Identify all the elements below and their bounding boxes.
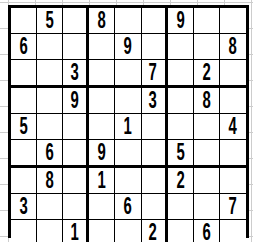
sudoku-cell-r4c3[interactable]: 9 [63, 88, 89, 114]
sudoku-cell-r1c1[interactable] [11, 8, 37, 34]
sudoku-cell-r6c5[interactable] [115, 140, 141, 168]
sudoku-cell-r2c8[interactable] [194, 34, 220, 60]
sudoku-cell-r7c3[interactable] [63, 168, 89, 194]
sudoku-cell-r8c6[interactable] [142, 194, 168, 220]
sudoku-cell-r4c2[interactable] [37, 88, 63, 114]
sudoku-cell-r3c7[interactable] [168, 60, 194, 88]
sudoku-given-digit: 9 [71, 88, 79, 113]
sudoku-cell-r6c8[interactable] [194, 140, 220, 168]
sudoku-given-digit: 7 [149, 60, 157, 85]
sudoku-cell-r3c6[interactable]: 7 [142, 60, 168, 88]
sudoku-cell-r3c1[interactable] [11, 60, 37, 88]
sudoku-given-digit: 8 [98, 8, 106, 33]
sudoku-cell-r3c4[interactable] [89, 60, 115, 88]
sudoku-given-digit: 2 [202, 60, 210, 85]
sudoku-cell-r2c5[interactable]: 9 [115, 34, 141, 60]
sudoku-cell-r2c6[interactable] [142, 34, 168, 60]
sudoku-cell-r3c2[interactable] [37, 60, 63, 88]
sudoku-cell-r5c5[interactable]: 1 [115, 114, 141, 140]
sudoku-cell-r5c8[interactable] [194, 114, 220, 140]
sudoku-cell-r9c1[interactable] [11, 220, 37, 242]
sudoku-cell-r5c7[interactable] [168, 114, 194, 140]
sudoku-cell-r2c1[interactable]: 6 [11, 34, 37, 60]
sudoku-given-digit: 1 [124, 114, 132, 139]
sudoku-cell-r6c9[interactable] [220, 140, 246, 168]
sudoku-given-digit: 9 [124, 34, 132, 59]
sudoku-cell-r7c6[interactable] [142, 168, 168, 194]
sudoku-cell-r7c4[interactable]: 1 [89, 168, 115, 194]
sudoku-cell-r3c9[interactable] [220, 60, 246, 88]
sudoku-cell-r2c9[interactable]: 8 [220, 34, 246, 60]
sudoku-cell-r1c3[interactable] [63, 8, 89, 34]
sudoku-given-digit: 3 [19, 194, 27, 219]
sudoku-cell-r7c5[interactable] [115, 168, 141, 194]
sudoku-cell-r8c8[interactable] [194, 194, 220, 220]
sudoku-cell-r5c2[interactable] [37, 114, 63, 140]
sudoku-cell-r2c7[interactable] [168, 34, 194, 60]
sudoku-cell-r6c6[interactable] [142, 140, 168, 168]
sudoku-cell-r9c7[interactable] [168, 220, 194, 242]
sudoku-cell-r4c8[interactable]: 8 [194, 88, 220, 114]
sudoku-cell-r4c5[interactable] [115, 88, 141, 114]
sudoku-cell-r3c5[interactable] [115, 60, 141, 88]
sudoku-cell-r8c4[interactable] [89, 194, 115, 220]
sudoku-cell-r4c6[interactable]: 3 [142, 88, 168, 114]
sudoku-cell-r9c6[interactable]: 2 [142, 220, 168, 242]
sudoku-cell-r8c5[interactable]: 6 [115, 194, 141, 220]
sudoku-given-digit: 6 [46, 140, 54, 165]
sudoku-page: 589698372938514695812367126 [0, 0, 253, 242]
sudoku-given-digit: 1 [71, 220, 79, 242]
sudoku-cell-r6c7[interactable]: 5 [168, 140, 194, 168]
sudoku-cell-r5c9[interactable]: 4 [220, 114, 246, 140]
sudoku-cell-r6c4[interactable]: 9 [89, 140, 115, 168]
sudoku-cell-r6c3[interactable] [63, 140, 89, 168]
sudoku-given-digit: 9 [98, 140, 106, 165]
sudoku-cell-r8c1[interactable]: 3 [11, 194, 37, 220]
sudoku-cell-r4c9[interactable] [220, 88, 246, 114]
sudoku-cell-r1c8[interactable] [194, 8, 220, 34]
sudoku-cell-r9c9[interactable] [220, 220, 246, 242]
sudoku-board: 589698372938514695812367126 [8, 5, 249, 238]
sudoku-cell-r5c4[interactable] [89, 114, 115, 140]
sudoku-given-digit: 8 [46, 168, 54, 193]
sudoku-cell-r1c9[interactable] [220, 8, 246, 34]
sudoku-cell-r9c4[interactable] [89, 220, 115, 242]
sudoku-given-digit: 5 [19, 114, 27, 139]
sudoku-given-digit: 3 [71, 60, 79, 85]
sudoku-cell-r9c5[interactable] [115, 220, 141, 242]
sudoku-cell-r8c3[interactable] [63, 194, 89, 220]
sudoku-cell-r5c1[interactable]: 5 [11, 114, 37, 140]
sudoku-cell-r1c7[interactable]: 9 [168, 8, 194, 34]
sudoku-cell-r3c8[interactable]: 2 [194, 60, 220, 88]
sudoku-given-digit: 3 [149, 88, 157, 113]
sudoku-given-digit: 5 [46, 8, 54, 33]
sudoku-given-digit: 1 [98, 168, 106, 193]
sudoku-cell-r6c1[interactable] [11, 140, 37, 168]
sudoku-cell-r7c9[interactable] [220, 168, 246, 194]
sudoku-given-digit: 4 [229, 114, 237, 139]
sudoku-cell-r7c1[interactable] [11, 168, 37, 194]
sudoku-cell-r3c3[interactable]: 3 [63, 60, 89, 88]
sudoku-cell-r9c2[interactable] [37, 220, 63, 242]
sudoku-cell-r6c2[interactable]: 6 [37, 140, 63, 168]
sudoku-cell-r9c3[interactable]: 1 [63, 220, 89, 242]
sudoku-cell-r9c8[interactable]: 6 [194, 220, 220, 242]
sudoku-cell-r7c2[interactable]: 8 [37, 168, 63, 194]
sudoku-cell-r2c4[interactable] [89, 34, 115, 60]
sudoku-cell-r4c1[interactable] [11, 88, 37, 114]
sudoku-given-digit: 6 [202, 220, 210, 242]
sudoku-given-digit: 2 [176, 168, 184, 193]
sudoku-cell-r1c6[interactable] [142, 8, 168, 34]
sudoku-cell-r7c8[interactable] [194, 168, 220, 194]
sudoku-cell-r1c5[interactable] [115, 8, 141, 34]
sudoku-cell-r4c4[interactable] [89, 88, 115, 114]
sudoku-cell-r5c3[interactable] [63, 114, 89, 140]
sudoku-given-digit: 5 [176, 140, 184, 165]
sudoku-cell-r7c7[interactable]: 2 [168, 168, 194, 194]
sudoku-given-digit: 8 [229, 34, 237, 59]
sudoku-given-digit: 7 [229, 194, 237, 219]
sudoku-cell-r2c2[interactable] [37, 34, 63, 60]
sudoku-cell-r1c4[interactable]: 8 [89, 8, 115, 34]
sudoku-given-digit: 2 [149, 220, 157, 242]
sudoku-cell-r8c9[interactable]: 7 [220, 194, 246, 220]
sudoku-given-digit: 8 [202, 88, 210, 113]
sudoku-given-digit: 6 [124, 194, 132, 219]
sudoku-cell-r4c7[interactable] [168, 88, 194, 114]
sudoku-cell-r8c2[interactable] [37, 194, 63, 220]
sudoku-given-digit: 6 [19, 34, 27, 59]
sudoku-cell-r5c6[interactable] [142, 114, 168, 140]
sudoku-cell-r2c3[interactable] [63, 34, 89, 60]
sudoku-cell-r1c2[interactable]: 5 [37, 8, 63, 34]
sudoku-given-digit: 9 [176, 8, 184, 33]
sudoku-cell-r8c7[interactable] [168, 194, 194, 220]
